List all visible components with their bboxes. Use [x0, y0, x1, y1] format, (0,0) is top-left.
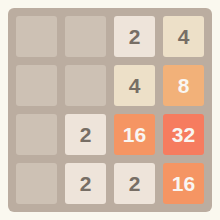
- cell-r1c2-tile-4: 4: [114, 65, 155, 106]
- cell-r3c0-empty: [16, 163, 57, 204]
- cell-r0c2-tile-2: 2: [114, 16, 155, 57]
- cell-r3c1-tile-2: 2: [65, 163, 106, 204]
- cell-r2c0-empty: [16, 114, 57, 155]
- cell-r0c1-empty: [65, 16, 106, 57]
- cell-r2c1-tile-2: 2: [65, 114, 106, 155]
- cell-r0c3-tile-4: 4: [163, 16, 204, 57]
- cell-r1c0-empty: [16, 65, 57, 106]
- cell-r1c1-empty: [65, 65, 106, 106]
- cell-r3c2-tile-2: 2: [114, 163, 155, 204]
- cell-r1c3-tile-8: 8: [163, 65, 204, 106]
- cell-r2c3-tile-32: 32: [163, 114, 204, 155]
- cell-r0c0-empty: [16, 16, 57, 57]
- cell-r2c2-tile-16: 16: [114, 114, 155, 155]
- game-board-2048[interactable]: 2 4 4 8 2 16 32 2 2 16: [8, 8, 212, 212]
- cell-r3c3-tile-16: 16: [163, 163, 204, 204]
